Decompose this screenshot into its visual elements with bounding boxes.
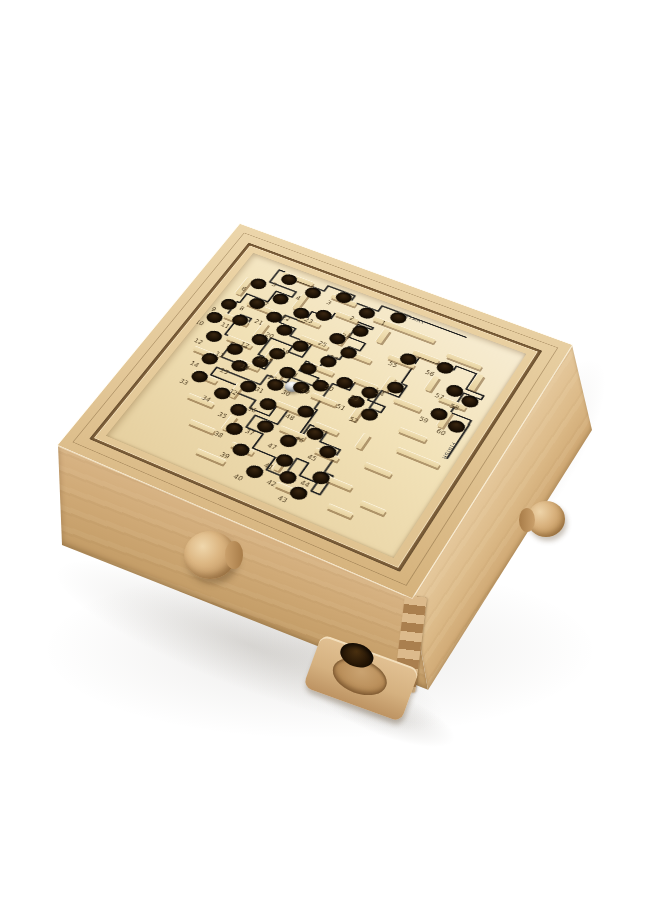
right-tilt-knob[interactable] <box>527 501 565 537</box>
front-tilt-knob[interactable] <box>184 531 236 579</box>
product-photo: START FINISH 123456789101112131415161718… <box>0 0 660 904</box>
